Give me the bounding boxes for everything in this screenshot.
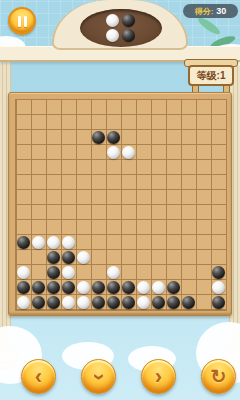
white-stone <box>62 236 75 249</box>
black-stone <box>47 281 60 294</box>
black-stone <box>92 131 105 144</box>
black-stone <box>212 266 225 279</box>
white-stone <box>17 266 30 279</box>
score-badge: 得分: 30 <box>183 4 238 18</box>
black-preview-stone <box>122 14 135 27</box>
white-stone <box>107 266 120 279</box>
white-stone <box>62 296 75 309</box>
white-stone <box>152 281 165 294</box>
black-stone <box>167 281 180 294</box>
black-stone <box>32 281 45 294</box>
white-stone <box>137 296 150 309</box>
move-right-button[interactable]: › <box>141 359 176 394</box>
move-left-button[interactable]: ‹ <box>21 359 56 394</box>
next-piece-preview <box>106 14 136 42</box>
pause-icon <box>24 16 27 27</box>
white-stone <box>62 266 75 279</box>
chevron-down-icon: › <box>87 373 109 380</box>
black-stone <box>107 131 120 144</box>
black-stone <box>47 296 60 309</box>
rotate-button[interactable]: ↻ <box>201 359 236 394</box>
white-stone <box>77 296 90 309</box>
black-stone <box>17 236 30 249</box>
black-stone <box>47 251 60 264</box>
level-text: 等级:1 <box>197 69 226 83</box>
board-grid[interactable] <box>15 99 227 311</box>
black-stone <box>92 281 105 294</box>
black-stone <box>212 296 225 309</box>
black-stone <box>62 251 75 264</box>
black-stone <box>182 296 195 309</box>
black-stone <box>167 296 180 309</box>
score-value: 30 <box>216 6 226 16</box>
chevron-right-icon: › <box>155 366 162 388</box>
white-stone <box>17 296 30 309</box>
black-stone <box>32 296 45 309</box>
black-stone <box>92 296 105 309</box>
level-sign-face: 等级:1 <box>188 65 234 86</box>
white-preview-stone <box>106 14 119 27</box>
move-down-button[interactable]: › <box>81 359 116 394</box>
next-piece-recess <box>80 9 162 47</box>
white-stone <box>212 281 225 294</box>
level-sign: 等级:1 <box>184 59 238 94</box>
pause-icon <box>18 16 21 27</box>
black-stone <box>62 281 75 294</box>
white-stone <box>32 236 45 249</box>
black-stone <box>47 266 60 279</box>
black-stone <box>107 281 120 294</box>
score-label: 得分: <box>195 6 214 17</box>
white-stone <box>77 251 90 264</box>
game-board <box>8 92 232 316</box>
white-stone <box>122 146 135 159</box>
rotate-icon: ↻ <box>211 366 227 388</box>
black-stone <box>122 281 135 294</box>
pause-button[interactable] <box>8 7 36 35</box>
white-stone <box>77 281 90 294</box>
black-stone <box>152 296 165 309</box>
white-stone <box>47 236 60 249</box>
white-stone <box>137 281 150 294</box>
chevron-left-icon: ‹ <box>35 366 42 388</box>
black-stone <box>122 296 135 309</box>
black-stone <box>107 296 120 309</box>
white-preview-stone <box>106 29 119 42</box>
black-stone <box>17 281 30 294</box>
black-preview-stone <box>122 29 135 42</box>
white-stone <box>107 146 120 159</box>
game-screen: 得分: 30 等级:1 ‹ › › ↻ <box>0 0 240 400</box>
